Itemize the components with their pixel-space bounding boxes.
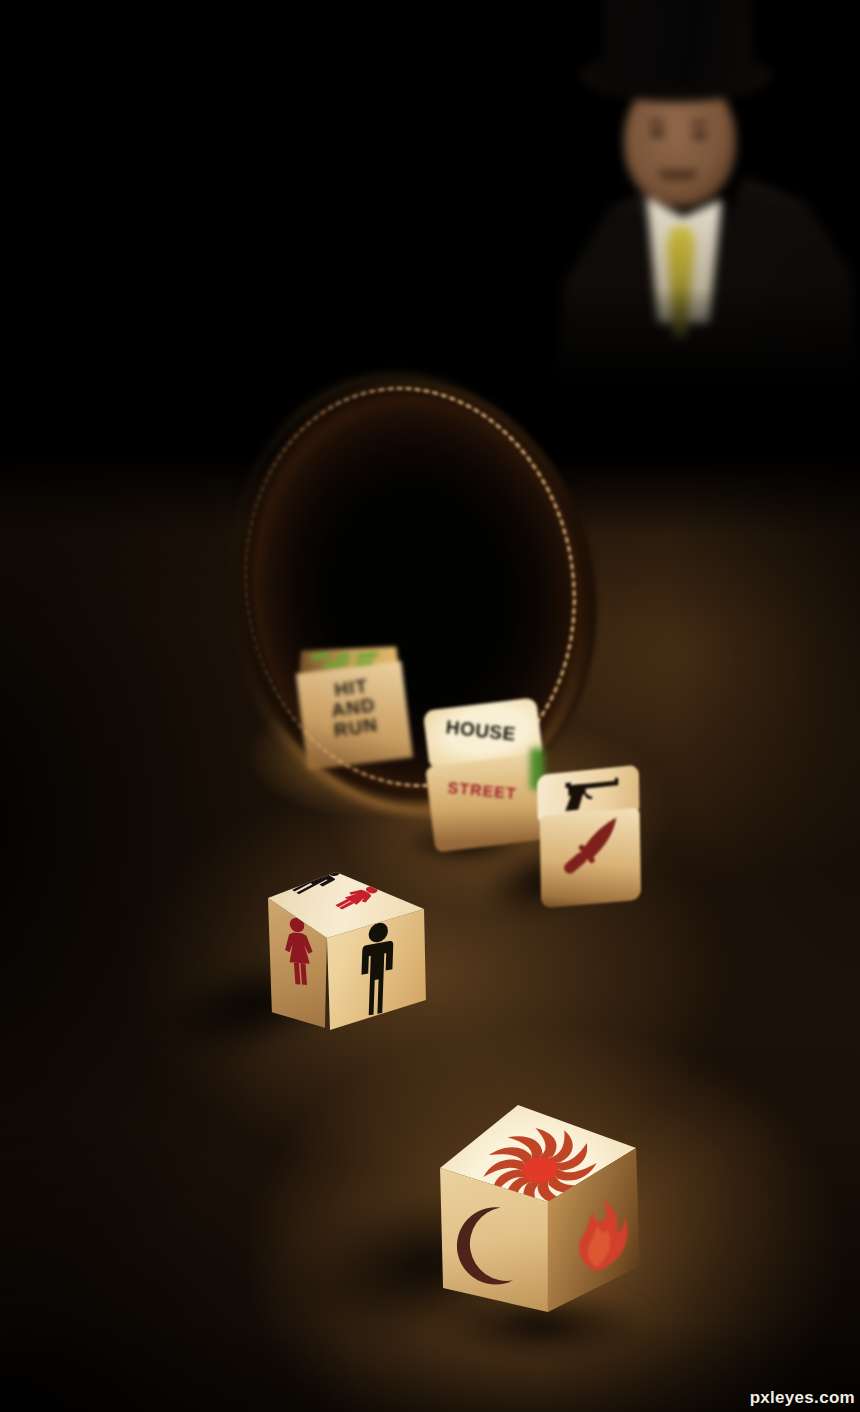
eye xyxy=(692,132,707,139)
observer-man xyxy=(552,0,860,402)
eye xyxy=(650,130,665,137)
moon-icon xyxy=(444,1191,545,1300)
die-front-face xyxy=(540,808,641,909)
weapon-die xyxy=(531,765,645,907)
knife-icon xyxy=(545,809,635,893)
man-icon xyxy=(346,917,408,1023)
die-front-face: STREET xyxy=(425,753,547,852)
die-text-house: HOUSE xyxy=(423,698,540,748)
mouth xyxy=(658,170,698,180)
die-text-street: STREET xyxy=(426,755,541,805)
people-die xyxy=(260,866,430,1038)
eyebrow xyxy=(690,120,708,126)
eyebrow xyxy=(648,119,666,126)
photo-scene: { "game": "crime-story dice (murder-myst… xyxy=(0,0,860,1412)
flame-icon xyxy=(564,1187,634,1284)
watermark: pxleyes.com xyxy=(750,1388,855,1408)
top-hat-crown xyxy=(604,0,752,86)
time-die xyxy=(430,1098,644,1338)
location-die: HOUSE STREET xyxy=(424,696,544,850)
